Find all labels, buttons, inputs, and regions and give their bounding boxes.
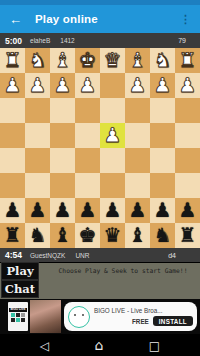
- square-f7[interactable]: ♟: [50, 198, 75, 223]
- square-d3[interactable]: [100, 98, 125, 123]
- black-pawn: ♟: [54, 200, 72, 220]
- ad-banner[interactable]: BIGO LIVE BIGO LIVE - Live Broa... FREE …: [0, 299, 200, 334]
- square-e2[interactable]: ♟: [75, 73, 100, 98]
- nav-home-icon[interactable]: ⌂: [95, 338, 104, 352]
- black-knight: ♞: [154, 225, 172, 245]
- chess-app-screen: ← Play online ⋮ 5:00 elaheB 1412 79 ♜♞♝♚…: [0, 0, 200, 356]
- square-a8[interactable]: ♜: [175, 223, 200, 248]
- square-a2[interactable]: ♟: [175, 73, 200, 98]
- square-e4[interactable]: [75, 123, 100, 148]
- square-f6[interactable]: [50, 173, 75, 198]
- player-info-bar: 4:54 GuestNQZK UNR d4: [0, 248, 200, 262]
- back-arrow-icon[interactable]: ←: [0, 12, 28, 27]
- ad-title: BIGO LIVE - Live Broa...: [94, 307, 193, 314]
- square-c5[interactable]: [125, 148, 150, 173]
- hint-text: Choose Play & Seek to start Game!!: [48, 267, 198, 274]
- opponent-clock: 5:00: [0, 36, 30, 46]
- white-king: ♚: [79, 50, 97, 70]
- black-pawn: ♟: [29, 200, 47, 220]
- ad-thumb-label: BIGO LIVE: [9, 308, 27, 312]
- square-a5[interactable]: [175, 148, 200, 173]
- white-rook: ♜: [4, 50, 22, 70]
- square-a6[interactable]: [175, 173, 200, 198]
- opponent-info-bar: 5:00 elaheB 1412 79: [0, 33, 200, 48]
- white-queen: ♛: [104, 50, 122, 70]
- square-d2[interactable]: [100, 73, 125, 98]
- square-b8[interactable]: ♞: [150, 223, 175, 248]
- black-rook: ♜: [179, 225, 197, 245]
- square-d4[interactable]: ♟: [100, 123, 125, 148]
- black-pawn: ♟: [79, 200, 97, 220]
- square-f2[interactable]: ♟: [50, 73, 75, 98]
- square-f5[interactable]: [50, 148, 75, 173]
- white-knight: ♞: [29, 50, 47, 70]
- square-d1[interactable]: ♛: [100, 48, 125, 73]
- square-a4[interactable]: [175, 123, 200, 148]
- black-knight: ♞: [29, 225, 47, 245]
- square-c2[interactable]: ♟: [125, 73, 150, 98]
- black-pawn: ♟: [179, 200, 197, 220]
- square-g7[interactable]: ♟: [25, 198, 50, 223]
- square-a3[interactable]: [175, 98, 200, 123]
- square-f3[interactable]: [50, 98, 75, 123]
- black-rook: ♜: [4, 225, 22, 245]
- white-pawn: ♟: [154, 75, 172, 95]
- square-c1[interactable]: ♝: [125, 48, 150, 73]
- square-f1[interactable]: ♝: [50, 48, 75, 73]
- install-button[interactable]: INSTALL: [153, 316, 193, 326]
- square-d6[interactable]: [100, 173, 125, 198]
- square-h3[interactable]: [0, 98, 25, 123]
- opponent-rating: 1412: [60, 37, 74, 44]
- ad-thumb-pixels2: [8, 318, 28, 322]
- square-g1[interactable]: ♞: [25, 48, 50, 73]
- square-c6[interactable]: [125, 173, 150, 198]
- player-clock: 4:54: [0, 250, 30, 260]
- square-b6[interactable]: [150, 173, 175, 198]
- opponent-right-value: 79: [178, 37, 200, 44]
- square-d5[interactable]: [100, 148, 125, 173]
- square-g3[interactable]: [25, 98, 50, 123]
- nav-back-icon[interactable]: ◁: [40, 340, 49, 352]
- square-e3[interactable]: [75, 98, 100, 123]
- square-e8[interactable]: ♚: [75, 223, 100, 248]
- chess-board[interactable]: ♜♞♝♚♛♝♞♜♟♟♟♟♟♟♟♟♟♟♟♟♟♟♟♟♜♞♝♚♛♝♞♜: [0, 48, 200, 248]
- square-c4[interactable]: [125, 123, 150, 148]
- player-rating: UNR: [75, 252, 89, 259]
- square-h1[interactable]: ♜: [0, 48, 25, 73]
- square-f8[interactable]: ♝: [50, 223, 75, 248]
- square-b2[interactable]: ♟: [150, 73, 175, 98]
- white-bishop: ♝: [54, 50, 72, 70]
- black-bishop: ♝: [54, 225, 72, 245]
- nav-recents-icon[interactable]: □: [149, 340, 160, 352]
- square-h2[interactable]: ♟: [0, 73, 25, 98]
- square-a7[interactable]: ♟: [175, 198, 200, 223]
- square-b7[interactable]: ♟: [150, 198, 175, 223]
- black-pawn: ♟: [154, 200, 172, 220]
- square-b1[interactable]: ♞: [150, 48, 175, 73]
- black-king: ♚: [79, 225, 97, 245]
- square-g2[interactable]: ♟: [25, 73, 50, 98]
- ad-content-card[interactable]: BIGO LIVE - Live Broa... FREE INSTALL: [64, 302, 197, 331]
- square-c7[interactable]: ♟: [125, 198, 150, 223]
- bigo-mascot-icon: [68, 306, 90, 328]
- square-g8[interactable]: ♞: [25, 223, 50, 248]
- square-h7[interactable]: ♟: [0, 198, 25, 223]
- square-h8[interactable]: ♜: [0, 223, 25, 248]
- square-c8[interactable]: ♝: [125, 223, 150, 248]
- black-pawn: ♟: [104, 200, 122, 220]
- square-g6[interactable]: [25, 173, 50, 198]
- square-h4[interactable]: [0, 123, 25, 148]
- page-title: Play online: [28, 13, 98, 25]
- overflow-menu-icon[interactable]: ⋮: [171, 13, 200, 26]
- square-b3[interactable]: [150, 98, 175, 123]
- square-h5[interactable]: [0, 148, 25, 173]
- square-d7[interactable]: ♟: [100, 198, 125, 223]
- square-f4[interactable]: [50, 123, 75, 148]
- black-queen: ♛: [104, 225, 122, 245]
- chat-button[interactable]: Chat: [2, 281, 38, 297]
- app-bar: ← Play online ⋮: [0, 5, 200, 33]
- square-g4[interactable]: [25, 123, 50, 148]
- square-b4[interactable]: [150, 123, 175, 148]
- ad-texts: BIGO LIVE - Live Broa... FREE INSTALL: [90, 307, 193, 326]
- ad-thumbnail-card[interactable]: BIGO LIVE: [8, 302, 28, 331]
- white-pawn: ♟: [29, 75, 47, 95]
- white-pawn: ♟: [4, 75, 22, 95]
- white-bishop: ♝: [129, 50, 147, 70]
- white-pawn: ♟: [104, 125, 122, 145]
- white-pawn: ♟: [79, 75, 97, 95]
- ad-photo-thumbnail[interactable]: [30, 300, 61, 333]
- square-g5[interactable]: [25, 148, 50, 173]
- play-button[interactable]: Play: [2, 263, 38, 279]
- square-d8[interactable]: ♛: [100, 223, 125, 248]
- square-c3[interactable]: [125, 98, 150, 123]
- player-name: GuestNQZK: [30, 252, 75, 259]
- ad-free-label: FREE: [132, 318, 149, 325]
- square-e5[interactable]: [75, 148, 100, 173]
- square-e1[interactable]: ♚: [75, 48, 100, 73]
- opponent-name: elaheB: [30, 37, 60, 44]
- white-pawn: ♟: [54, 75, 72, 95]
- square-e6[interactable]: [75, 173, 100, 198]
- white-rook: ♜: [179, 50, 197, 70]
- square-b5[interactable]: [150, 148, 175, 173]
- square-e7[interactable]: ♟: [75, 198, 100, 223]
- white-pawn: ♟: [129, 75, 147, 95]
- ad-thumb-pixels: [8, 313, 28, 317]
- last-move-label: d4: [168, 252, 200, 259]
- black-pawn: ♟: [129, 200, 147, 220]
- action-strip: Play Chat Choose Play & Seek to start Ga…: [0, 263, 200, 299]
- square-a1[interactable]: ♜: [175, 48, 200, 73]
- white-pawn: ♟: [179, 75, 197, 95]
- black-pawn: ♟: [4, 200, 22, 220]
- square-h6[interactable]: [0, 173, 25, 198]
- white-knight: ♞: [154, 50, 172, 70]
- black-bishop: ♝: [129, 225, 147, 245]
- android-nav-bar: ◁ ⌂ □: [0, 334, 200, 356]
